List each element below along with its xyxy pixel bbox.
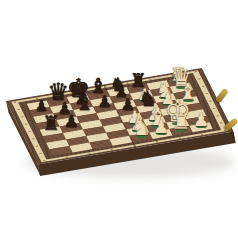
brass-clasp-icon — [215, 88, 229, 104]
chess-set-photo: ♛♚♝♞♜♜♟♟♟♛♟♝♟♟♞♟♞♟♝♜♟♟♟♟♝♚♞♟♜♟ — [0, 0, 238, 238]
